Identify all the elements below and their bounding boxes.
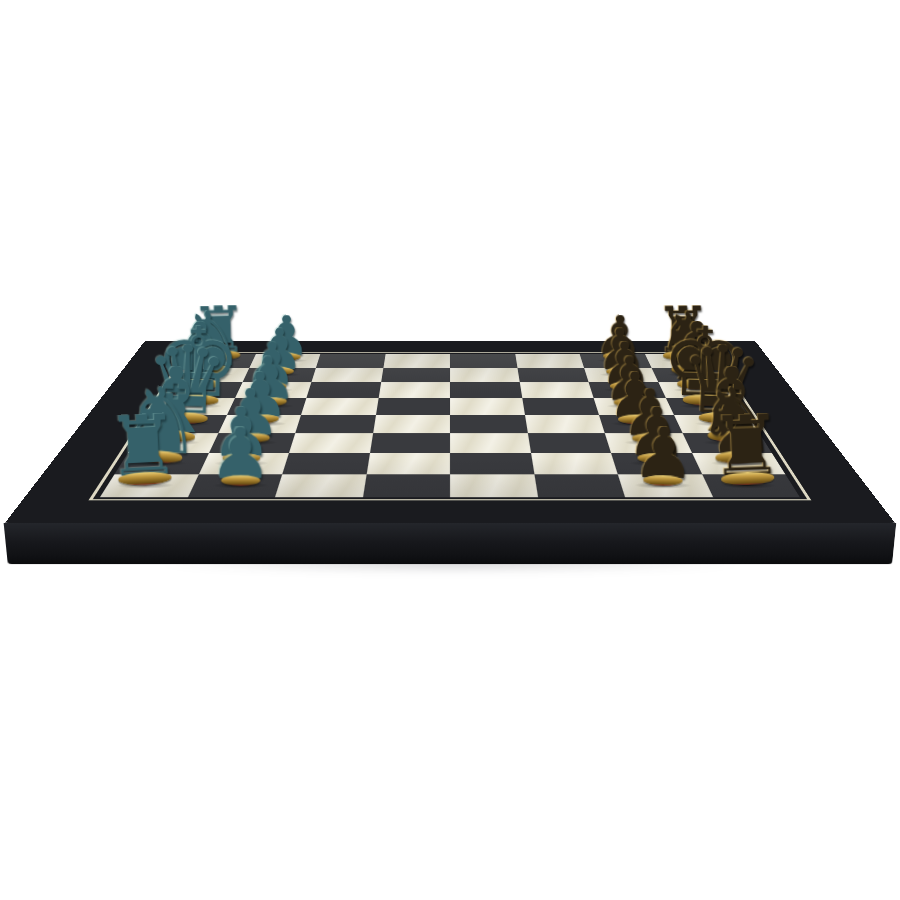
board-square [450, 398, 525, 415]
board-square [450, 354, 517, 368]
board-square [450, 368, 519, 383]
board-square [366, 453, 450, 474]
board-square [369, 433, 450, 453]
board-square [376, 398, 451, 415]
board-square [378, 382, 450, 398]
board-square [450, 474, 538, 497]
board-front-face [4, 523, 897, 564]
board-square [373, 415, 450, 433]
board-square [450, 382, 522, 398]
board-square [383, 354, 450, 368]
board-square [515, 354, 584, 368]
board-square [450, 415, 527, 433]
gold-piece-base [221, 475, 260, 485]
chess-board: ♜♞♝♛♚♝♞♜♟♟♟♟♟♟♟♟♟♟♟♟♟♟♟♟♜♞♝♛♚♝♞♜ [5, 341, 895, 523]
board-square [450, 433, 531, 453]
board-square [362, 474, 450, 497]
board-square [381, 368, 450, 383]
board-square [450, 453, 534, 474]
product-photo: ♜♞♝♛♚♝♞♜♟♟♟♟♟♟♟♟♟♟♟♟♟♟♟♟♜♞♝♛♚♝♞♜ [0, 0, 900, 900]
pawn-glyph-icon: ♟ [632, 425, 696, 481]
scene: ♜♞♝♛♚♝♞♜♟♟♟♟♟♟♟♟♟♟♟♟♟♟♟♟♜♞♝♛♚♝♞♜ [0, 0, 900, 900]
board-square [316, 354, 385, 368]
board-square [311, 368, 383, 383]
pawn-glyph-icon: ♟ [209, 426, 272, 481]
